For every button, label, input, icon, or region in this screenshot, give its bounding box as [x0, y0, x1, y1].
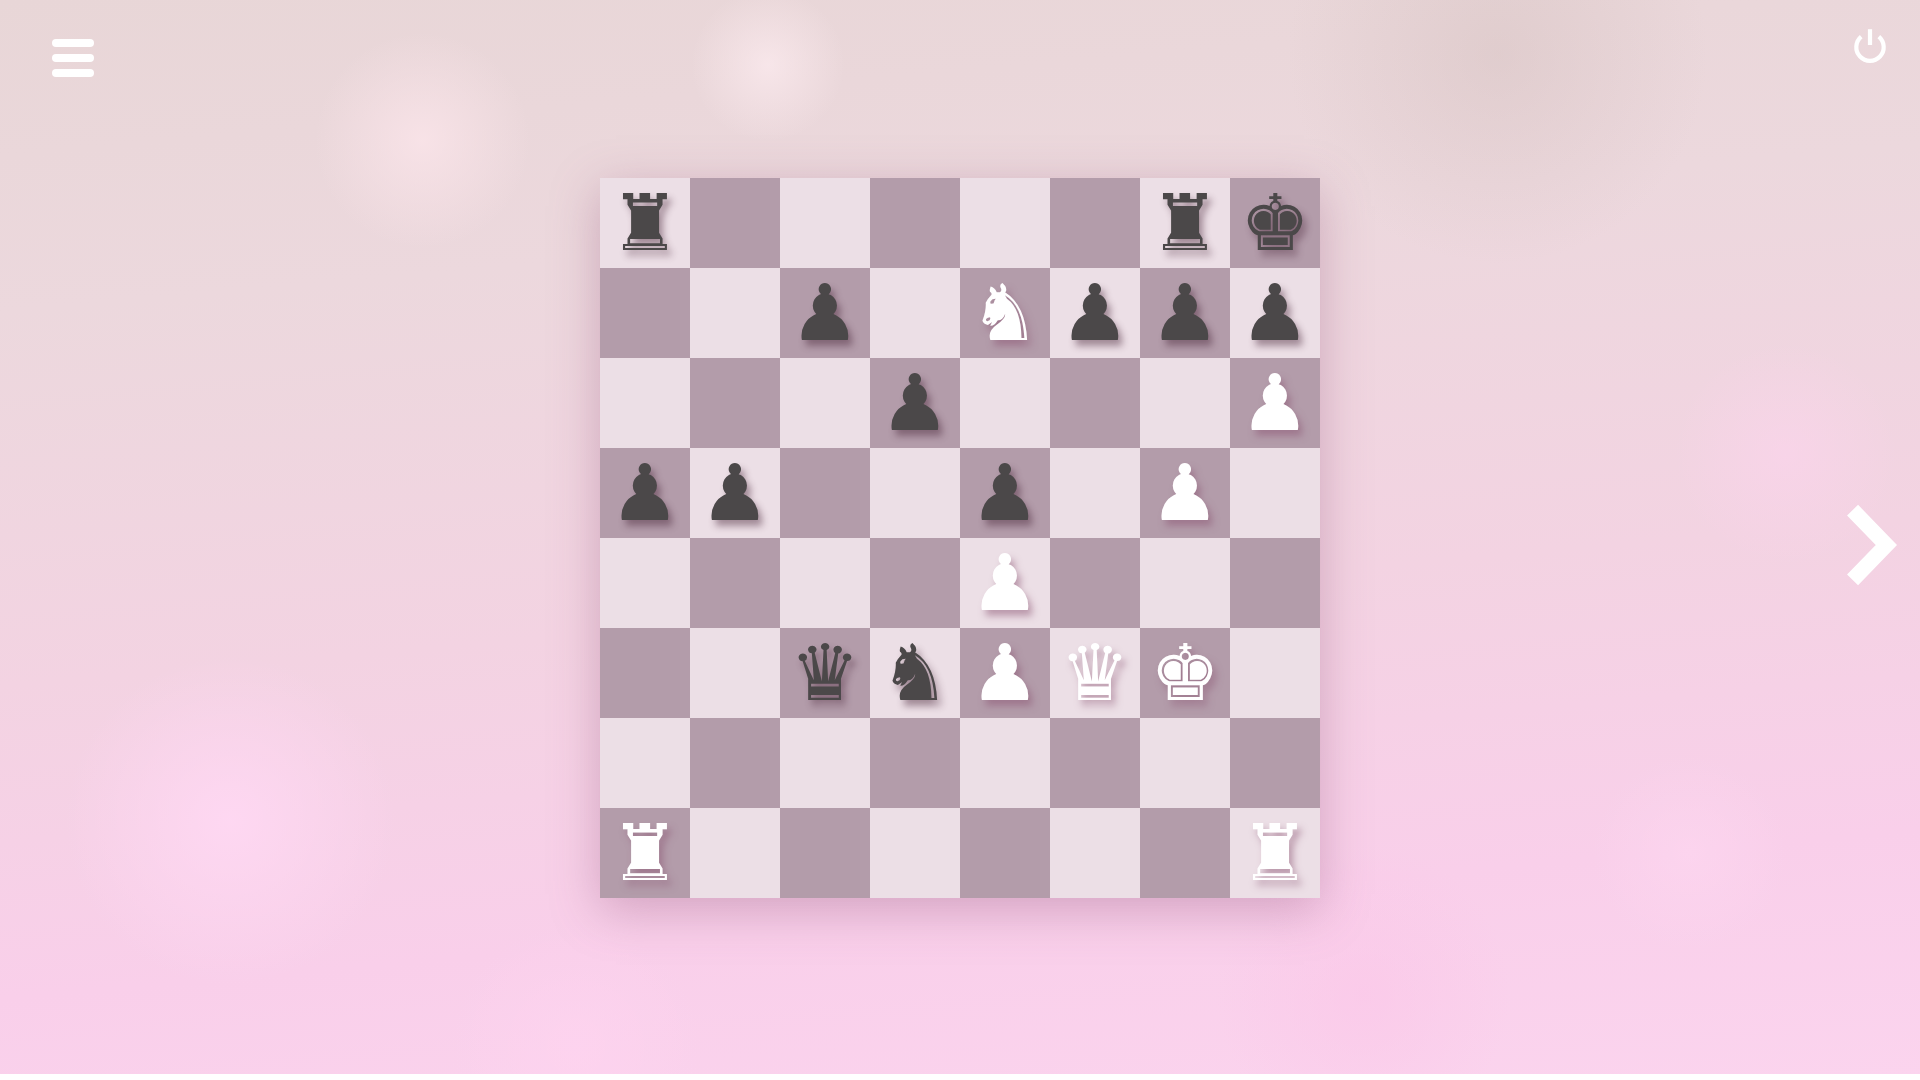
square-c6[interactable] [780, 358, 870, 448]
square-c4[interactable] [780, 538, 870, 628]
square-d4[interactable] [870, 538, 960, 628]
square-g2[interactable] [1140, 718, 1230, 808]
piece-black-pawn[interactable]: ♟ [1240, 274, 1310, 352]
square-b4[interactable] [690, 538, 780, 628]
power-icon [1850, 25, 1890, 65]
square-g8[interactable]: ♜ [1140, 178, 1230, 268]
square-f3[interactable]: ♛ [1050, 628, 1140, 718]
piece-black-king[interactable]: ♚ [1240, 184, 1310, 262]
square-a8[interactable]: ♜ [600, 178, 690, 268]
square-d5[interactable] [870, 448, 960, 538]
bottom-strip [0, 1074, 1920, 1080]
square-d3[interactable]: ♞ [870, 628, 960, 718]
square-e8[interactable] [960, 178, 1050, 268]
square-b6[interactable] [690, 358, 780, 448]
square-a4[interactable] [600, 538, 690, 628]
square-c8[interactable] [780, 178, 870, 268]
next-puzzle-button[interactable] [1845, 503, 1897, 587]
square-b1[interactable] [690, 808, 780, 898]
square-d2[interactable] [870, 718, 960, 808]
square-f2[interactable] [1050, 718, 1140, 808]
piece-white-rook[interactable]: ♜ [610, 814, 680, 892]
square-f4[interactable] [1050, 538, 1140, 628]
square-c7[interactable]: ♟ [780, 268, 870, 358]
square-b7[interactable] [690, 268, 780, 358]
square-f8[interactable] [1050, 178, 1140, 268]
piece-white-king[interactable]: ♚ [1150, 634, 1220, 712]
chevron-right-icon [1845, 503, 1897, 587]
square-f7[interactable]: ♟ [1050, 268, 1140, 358]
square-e3[interactable]: ♟ [960, 628, 1050, 718]
square-c2[interactable] [780, 718, 870, 808]
hamburger-menu-icon [52, 39, 94, 77]
piece-black-rook[interactable]: ♜ [1150, 184, 1220, 262]
square-g6[interactable] [1140, 358, 1230, 448]
piece-white-pawn[interactable]: ♟ [1240, 364, 1310, 442]
square-h7[interactable]: ♟ [1230, 268, 1320, 358]
square-e2[interactable] [960, 718, 1050, 808]
square-c5[interactable] [780, 448, 870, 538]
power-button[interactable] [1850, 25, 1890, 65]
square-d8[interactable] [870, 178, 960, 268]
square-e7[interactable]: ♞ [960, 268, 1050, 358]
square-g7[interactable]: ♟ [1140, 268, 1230, 358]
square-a3[interactable] [600, 628, 690, 718]
square-g4[interactable] [1140, 538, 1230, 628]
square-a1[interactable]: ♜ [600, 808, 690, 898]
square-a6[interactable] [600, 358, 690, 448]
square-h8[interactable]: ♚ [1230, 178, 1320, 268]
square-h1[interactable]: ♜ [1230, 808, 1320, 898]
square-f5[interactable] [1050, 448, 1140, 538]
square-h2[interactable] [1230, 718, 1320, 808]
square-f6[interactable] [1050, 358, 1140, 448]
piece-black-pawn[interactable]: ♟ [880, 364, 950, 442]
square-c1[interactable] [780, 808, 870, 898]
square-b8[interactable] [690, 178, 780, 268]
piece-black-queen[interactable]: ♛ [790, 634, 860, 712]
piece-black-pawn[interactable]: ♟ [610, 454, 680, 532]
piece-black-rook[interactable]: ♜ [610, 184, 680, 262]
square-b2[interactable] [690, 718, 780, 808]
square-e6[interactable] [960, 358, 1050, 448]
square-e1[interactable] [960, 808, 1050, 898]
app-screen: ♜♜♚♟♞♟♟♟♟♟♟♟♟♟♟♛♞♟♛♚♜♜ [0, 0, 1920, 1080]
square-b5[interactable]: ♟ [690, 448, 780, 538]
piece-white-pawn[interactable]: ♟ [1150, 454, 1220, 532]
square-h6[interactable]: ♟ [1230, 358, 1320, 448]
piece-black-knight[interactable]: ♞ [880, 634, 950, 712]
square-d1[interactable] [870, 808, 960, 898]
square-g1[interactable] [1140, 808, 1230, 898]
piece-white-knight[interactable]: ♞ [970, 274, 1040, 352]
square-h5[interactable] [1230, 448, 1320, 538]
square-e5[interactable]: ♟ [960, 448, 1050, 538]
piece-black-pawn[interactable]: ♟ [1060, 274, 1130, 352]
piece-black-pawn[interactable]: ♟ [1150, 274, 1220, 352]
piece-black-pawn[interactable]: ♟ [970, 454, 1040, 532]
piece-black-pawn[interactable]: ♟ [700, 454, 770, 532]
square-h4[interactable] [1230, 538, 1320, 628]
square-d7[interactable] [870, 268, 960, 358]
square-c3[interactable]: ♛ [780, 628, 870, 718]
chess-board: ♜♜♚♟♞♟♟♟♟♟♟♟♟♟♟♛♞♟♛♚♜♜ [600, 178, 1320, 898]
square-g3[interactable]: ♚ [1140, 628, 1230, 718]
square-e4[interactable]: ♟ [960, 538, 1050, 628]
menu-button[interactable] [52, 39, 94, 77]
square-d6[interactable]: ♟ [870, 358, 960, 448]
square-a2[interactable] [600, 718, 690, 808]
piece-white-rook[interactable]: ♜ [1240, 814, 1310, 892]
piece-white-pawn[interactable]: ♟ [970, 634, 1040, 712]
square-a7[interactable] [600, 268, 690, 358]
square-h3[interactable] [1230, 628, 1320, 718]
square-f1[interactable] [1050, 808, 1140, 898]
square-b3[interactable] [690, 628, 780, 718]
square-a5[interactable]: ♟ [600, 448, 690, 538]
piece-white-queen[interactable]: ♛ [1060, 634, 1130, 712]
piece-white-pawn[interactable]: ♟ [970, 544, 1040, 622]
square-g5[interactable]: ♟ [1140, 448, 1230, 538]
piece-black-pawn[interactable]: ♟ [790, 274, 860, 352]
